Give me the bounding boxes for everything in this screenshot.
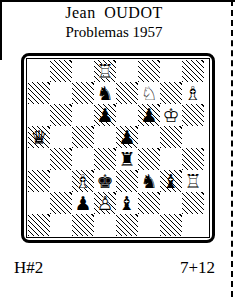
stipulation-label: H#2: [14, 258, 43, 278]
piece-bP-e5: ♟: [116, 126, 138, 148]
piece-wK-g6: ♚♔: [160, 104, 182, 126]
material-count-label: 7+12: [180, 258, 215, 278]
page-left-edge-line: [0, 0, 2, 60]
square-d3: ♚: [94, 170, 116, 192]
problem-header: Jean OUDOT Problemas 1957: [0, 0, 228, 42]
square-b4: [50, 148, 72, 170]
square-g6: ♚♔: [160, 104, 182, 126]
square-f8: [138, 60, 160, 82]
piece-bQ-a5: ♛: [28, 126, 50, 148]
piece-bP-c2: ♟: [72, 192, 94, 214]
square-b5: [50, 126, 72, 148]
square-b8: [50, 60, 72, 82]
square-f5: [138, 126, 160, 148]
square-h2: [182, 192, 204, 214]
piece-bB-e2: ♝: [116, 192, 138, 214]
square-d6: ♟: [94, 104, 116, 126]
square-b7: [50, 82, 72, 104]
square-d4: [94, 148, 116, 170]
square-f3: ♞: [138, 170, 160, 192]
chess-board-inner-frame: ♜♖♞♞♘♝♗♟♟♚♔♛♟♜♝♗♚♞♝♜♖♟♟♙♝: [26, 58, 210, 238]
piece-bP-f6: ♟: [138, 104, 160, 126]
square-g7: [160, 82, 182, 104]
square-e1: [116, 214, 138, 236]
square-f7: ♞♘: [138, 82, 160, 104]
square-g5: [160, 126, 182, 148]
piece-bN-f3: ♞: [138, 170, 160, 192]
square-h8: [182, 60, 204, 82]
square-g4: [160, 148, 182, 170]
square-h3: ♜♖: [182, 170, 204, 192]
square-c8: [72, 60, 94, 82]
piece-bN-d7: ♞: [94, 82, 116, 104]
square-h4: [182, 148, 204, 170]
square-f2: [138, 192, 160, 214]
dashed-cut-line: [231, 0, 233, 297]
source-line: Problemas 1957: [0, 23, 228, 42]
square-c1: [72, 214, 94, 236]
square-d7: ♞: [94, 82, 116, 104]
square-f1: [138, 214, 160, 236]
square-a5: ♛: [28, 126, 50, 148]
square-g2: [160, 192, 182, 214]
author-name: Jean OUDOT: [0, 3, 228, 23]
square-c3: ♝♗: [72, 170, 94, 192]
square-a4: [28, 148, 50, 170]
piece-wR-d8: ♜♖: [94, 60, 116, 82]
square-g1: [160, 214, 182, 236]
square-g3: ♝: [160, 170, 182, 192]
piece-wN-f7: ♞♘: [138, 82, 160, 104]
square-h1: [182, 214, 204, 236]
square-a8: [28, 60, 50, 82]
square-a1: [28, 214, 50, 236]
page-top-edge-line: [0, 0, 235, 2]
square-a7: [28, 82, 50, 104]
square-b2: [50, 192, 72, 214]
square-e2: ♝: [116, 192, 138, 214]
square-c7: [72, 82, 94, 104]
square-g8: [160, 60, 182, 82]
square-b3: [50, 170, 72, 192]
piece-wB-h7: ♝♗: [182, 82, 204, 104]
square-h6: [182, 104, 204, 126]
square-e7: [116, 82, 138, 104]
piece-wP-d2: ♟♙: [94, 192, 116, 214]
piece-bK-d3: ♚: [94, 170, 116, 192]
caption-row: H#2 7+12: [0, 243, 235, 278]
square-d1: [94, 214, 116, 236]
square-h7: ♝♗: [182, 82, 204, 104]
square-d2: ♟♙: [94, 192, 116, 214]
square-c4: [72, 148, 94, 170]
square-f4: [138, 148, 160, 170]
chess-board-frame: ♜♖♞♞♘♝♗♟♟♚♔♛♟♜♝♗♚♞♝♜♖♟♟♙♝: [21, 53, 215, 243]
square-h5: [182, 126, 204, 148]
square-e4: ♜: [116, 148, 138, 170]
square-e6: [116, 104, 138, 126]
square-b1: [50, 214, 72, 236]
square-a3: [28, 170, 50, 192]
square-d5: [94, 126, 116, 148]
square-c5: [72, 126, 94, 148]
piece-bP-d6: ♟: [94, 104, 116, 126]
piece-bR-e4: ♜: [116, 148, 138, 170]
square-c6: [72, 104, 94, 126]
square-b6: [50, 104, 72, 126]
square-c2: ♟: [72, 192, 94, 214]
board-grid: ♜♖♞♞♘♝♗♟♟♚♔♛♟♜♝♗♚♞♝♜♖♟♟♙♝: [28, 60, 204, 236]
square-a6: [28, 104, 50, 126]
piece-wB-c3: ♝♗: [72, 170, 94, 192]
square-e3: [116, 170, 138, 192]
square-e5: ♟: [116, 126, 138, 148]
square-f6: ♟: [138, 104, 160, 126]
square-a2: [28, 192, 50, 214]
square-d8: ♜♖: [94, 60, 116, 82]
square-e8: [116, 60, 138, 82]
piece-bB-g3: ♝: [160, 170, 182, 192]
piece-wR-h3: ♜♖: [182, 170, 204, 192]
